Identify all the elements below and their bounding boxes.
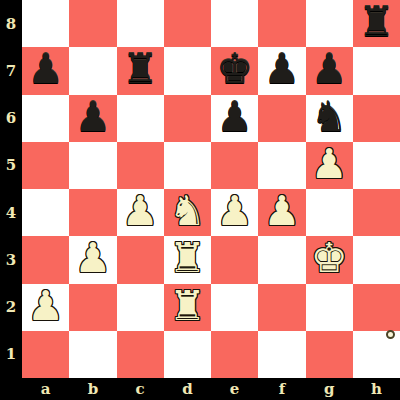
square-b3[interactable]: ♟ (69, 236, 116, 283)
square-h5[interactable] (353, 142, 400, 189)
square-h6[interactable] (353, 95, 400, 142)
square-e1[interactable] (211, 331, 258, 378)
file-label-h: h (353, 378, 400, 400)
square-a6[interactable] (22, 95, 69, 142)
square-f4[interactable]: ♟ (258, 189, 305, 236)
piece-black-rook[interactable]: ♜ (358, 2, 395, 43)
piece-white-rook[interactable]: ♜ (169, 286, 206, 327)
chess-board-frame: ♜♟♜♚♟♟♟♟♞♟♟♞♟♟♟♜♚♟♜ 87654321 abcdefgh (0, 0, 400, 400)
square-d6[interactable] (164, 95, 211, 142)
side-to-move-indicator-dot (386, 330, 395, 339)
square-g7[interactable]: ♟ (306, 47, 353, 94)
square-b7[interactable] (69, 47, 116, 94)
square-f1[interactable] (258, 331, 305, 378)
piece-black-rook[interactable]: ♜ (122, 49, 159, 90)
chess-board: ♜♟♜♚♟♟♟♟♞♟♟♞♟♟♟♜♚♟♜ (22, 0, 400, 378)
file-coordinates: abcdefgh (22, 378, 400, 400)
square-a1[interactable] (22, 331, 69, 378)
square-g5[interactable]: ♟ (306, 142, 353, 189)
square-f8[interactable] (258, 0, 305, 47)
file-label-f: f (258, 378, 305, 400)
piece-black-pawn[interactable]: ♟ (311, 49, 348, 90)
rank-label-4: 4 (0, 189, 22, 236)
square-b4[interactable] (69, 189, 116, 236)
piece-white-pawn[interactable]: ♟ (122, 191, 159, 232)
square-d5[interactable] (164, 142, 211, 189)
rank-label-2: 2 (0, 284, 22, 331)
square-g6[interactable]: ♞ (306, 95, 353, 142)
square-a3[interactable] (22, 236, 69, 283)
file-label-g: g (306, 378, 353, 400)
rank-label-7: 7 (0, 47, 22, 94)
piece-white-pawn[interactable]: ♟ (216, 191, 253, 232)
square-f2[interactable] (258, 284, 305, 331)
square-g2[interactable] (306, 284, 353, 331)
file-label-e: e (211, 378, 258, 400)
rank-label-3: 3 (0, 236, 22, 283)
square-c2[interactable] (117, 284, 164, 331)
square-e3[interactable] (211, 236, 258, 283)
piece-black-pawn[interactable]: ♟ (263, 49, 300, 90)
file-label-b: b (69, 378, 116, 400)
square-f7[interactable]: ♟ (258, 47, 305, 94)
square-a2[interactable]: ♟ (22, 284, 69, 331)
piece-white-king[interactable]: ♚ (311, 238, 348, 279)
square-h7[interactable] (353, 47, 400, 94)
file-label-d: d (164, 378, 211, 400)
square-e5[interactable] (211, 142, 258, 189)
piece-white-rook[interactable]: ♜ (169, 238, 206, 279)
square-c3[interactable] (117, 236, 164, 283)
square-h8[interactable]: ♜ (353, 0, 400, 47)
square-e6[interactable]: ♟ (211, 95, 258, 142)
rank-label-1: 1 (0, 331, 22, 378)
square-c4[interactable]: ♟ (117, 189, 164, 236)
square-b2[interactable] (69, 284, 116, 331)
square-b8[interactable] (69, 0, 116, 47)
rank-label-6: 6 (0, 95, 22, 142)
square-h3[interactable] (353, 236, 400, 283)
square-h2[interactable] (353, 284, 400, 331)
square-c8[interactable] (117, 0, 164, 47)
square-f3[interactable] (258, 236, 305, 283)
square-c7[interactable]: ♜ (117, 47, 164, 94)
square-g1[interactable] (306, 331, 353, 378)
piece-black-pawn[interactable]: ♟ (216, 97, 253, 138)
square-f5[interactable] (258, 142, 305, 189)
square-d4[interactable]: ♞ (164, 189, 211, 236)
rank-coordinates: 87654321 (0, 0, 22, 378)
square-b1[interactable] (69, 331, 116, 378)
square-b5[interactable] (69, 142, 116, 189)
square-a5[interactable] (22, 142, 69, 189)
square-c1[interactable] (117, 331, 164, 378)
square-f6[interactable] (258, 95, 305, 142)
piece-white-knight[interactable]: ♞ (169, 191, 206, 232)
piece-black-pawn[interactable]: ♟ (74, 97, 111, 138)
square-c6[interactable] (117, 95, 164, 142)
piece-black-pawn[interactable]: ♟ (27, 49, 64, 90)
square-d3[interactable]: ♜ (164, 236, 211, 283)
square-e8[interactable] (211, 0, 258, 47)
square-g3[interactable]: ♚ (306, 236, 353, 283)
square-d8[interactable] (164, 0, 211, 47)
square-b6[interactable]: ♟ (69, 95, 116, 142)
file-label-c: c (117, 378, 164, 400)
piece-white-pawn[interactable]: ♟ (27, 286, 64, 327)
square-h4[interactable] (353, 189, 400, 236)
gutter-corner (0, 378, 22, 400)
piece-white-pawn[interactable]: ♟ (311, 144, 348, 185)
square-a8[interactable] (22, 0, 69, 47)
square-c5[interactable] (117, 142, 164, 189)
rank-label-5: 5 (0, 142, 22, 189)
square-d1[interactable] (164, 331, 211, 378)
square-d7[interactable] (164, 47, 211, 94)
piece-white-pawn[interactable]: ♟ (74, 238, 111, 279)
square-d2[interactable]: ♜ (164, 284, 211, 331)
square-g4[interactable] (306, 189, 353, 236)
square-e2[interactable] (211, 284, 258, 331)
file-label-a: a (22, 378, 69, 400)
piece-black-knight[interactable]: ♞ (311, 97, 348, 138)
piece-black-king[interactable]: ♚ (216, 49, 253, 90)
rank-label-8: 8 (0, 0, 22, 47)
piece-white-pawn[interactable]: ♟ (263, 191, 300, 232)
square-g8[interactable] (306, 0, 353, 47)
square-a4[interactable] (22, 189, 69, 236)
square-a7[interactable]: ♟ (22, 47, 69, 94)
square-e7[interactable]: ♚ (211, 47, 258, 94)
square-e4[interactable]: ♟ (211, 189, 258, 236)
